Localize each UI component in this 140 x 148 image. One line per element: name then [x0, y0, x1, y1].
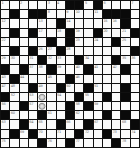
letter-cell-r6c9[interactable] [75, 47, 83, 55]
letter-cell-r6c3[interactable] [20, 47, 28, 55]
letter-cell-r12c14[interactable] [121, 102, 129, 110]
letter-cell-r1c10[interactable]: 5 [84, 1, 92, 9]
block-cell-r16c8 [66, 139, 74, 147]
letter-cell-r10c11[interactable]: 51 [94, 84, 102, 92]
block-cell-r4c15 [131, 29, 139, 37]
letter-cell-r6c5[interactable]: 26 [38, 47, 46, 55]
letter-cell-r8c5[interactable]: 38 [38, 65, 46, 73]
letter-cell-r12c11[interactable]: 59 [94, 102, 102, 110]
letter-cell-r1c3[interactable]: 2 [20, 1, 28, 9]
letter-cell-r13c9[interactable]: 62 [75, 111, 83, 119]
letter-cell-r13c15[interactable] [131, 111, 139, 119]
circle-marker-icon [39, 103, 46, 110]
clue-number: 52 [11, 93, 15, 97]
clue-number: 62 [76, 111, 80, 115]
letter-cell-r12c5[interactable] [38, 102, 46, 110]
letter-cell-r16c9[interactable]: 77 [75, 139, 83, 147]
block-cell-r5c6 [47, 38, 55, 46]
circle-marker-icon [39, 94, 46, 101]
block-cell-r6c4 [29, 47, 37, 55]
clue-number: 38 [39, 65, 43, 69]
clue-number: 34 [85, 56, 89, 60]
letter-cell-r1c12[interactable]: 6 [103, 1, 111, 9]
block-cell-r6c15 [131, 47, 139, 55]
letter-cell-r15c6[interactable] [47, 130, 55, 138]
letter-cell-r3c3[interactable] [20, 19, 28, 27]
block-cell-r11c12 [103, 93, 111, 101]
block-cell-r11c1 [1, 93, 9, 101]
letter-cell-r16c14[interactable]: 78 [121, 139, 129, 147]
block-cell-r14c7 [57, 120, 65, 128]
block-cell-r12c8 [66, 102, 74, 110]
block-cell-r4c2 [10, 29, 18, 37]
block-cell-r8c6 [47, 65, 55, 73]
clue-number: 61 [48, 111, 52, 115]
clue-number: 75 [2, 139, 6, 143]
letter-cell-r8c13[interactable]: 42 [112, 65, 120, 73]
clue-number: 10 [76, 10, 80, 14]
letter-cell-r15c3[interactable]: 69 [20, 130, 28, 138]
letter-cell-r2c10[interactable] [84, 10, 92, 18]
clue-number: 77 [76, 139, 80, 143]
letter-cell-r6c1[interactable] [1, 47, 9, 55]
block-cell-r5c13 [112, 38, 120, 46]
block-cell-r9c2 [10, 75, 18, 83]
letter-cell-r1c15[interactable]: 7 [131, 1, 139, 9]
letter-cell-r6c14[interactable] [121, 47, 129, 55]
clue-number: 70 [39, 130, 43, 134]
clue-number: 49 [39, 84, 43, 88]
letter-cell-r14c14[interactable]: 68 [121, 120, 129, 128]
clue-number: 57 [29, 102, 33, 106]
clue-number: 19 [76, 29, 80, 33]
letter-cell-r7c15[interactable]: 36 [131, 56, 139, 64]
letter-cell-r11c6[interactable] [47, 93, 55, 101]
letter-cell-r15c15[interactable]: 74 [131, 130, 139, 138]
letter-cell-r13c7[interactable] [57, 111, 65, 119]
letter-cell-r14c9[interactable] [75, 120, 83, 128]
clue-number: 30 [11, 56, 15, 60]
clue-number: 6 [103, 1, 105, 5]
block-cell-r8c14 [121, 65, 129, 73]
letter-cell-r14c4[interactable]: 64 [29, 120, 37, 128]
clue-number: 21 [122, 29, 126, 33]
letter-cell-r5c10[interactable] [84, 38, 92, 46]
block-cell-r3c7 [57, 19, 65, 27]
letter-cell-r1c13[interactable] [112, 1, 120, 9]
letter-cell-r8c2[interactable] [10, 65, 18, 73]
block-cell-r2c4 [29, 10, 37, 18]
letter-cell-r9c3[interactable]: 44 [20, 75, 28, 83]
clue-number: 35 [122, 56, 126, 60]
clue-number: 69 [20, 130, 24, 134]
letter-cell-r9c10[interactable] [84, 75, 92, 83]
letter-cell-r1c1[interactable]: 1 [1, 1, 9, 9]
letter-cell-r3c10[interactable] [84, 19, 92, 27]
letter-cell-r14c6[interactable] [47, 120, 55, 128]
block-cell-r1c9 [75, 1, 83, 9]
letter-cell-r11c5[interactable] [38, 93, 46, 101]
letter-cell-r7c3[interactable] [20, 56, 28, 64]
letter-cell-r7c8[interactable] [66, 56, 74, 64]
letter-cell-r7c7[interactable]: 33 [57, 56, 65, 64]
block-cell-r13c5 [38, 111, 46, 119]
block-cell-r11c14 [121, 93, 129, 101]
clue-number: 53 [29, 93, 33, 97]
letter-cell-r2c11[interactable]: 11 [94, 10, 102, 18]
block-cell-r4c4 [29, 29, 37, 37]
block-cell-r16c5 [38, 139, 46, 147]
letter-cell-r3c5[interactable]: 13 [38, 19, 46, 27]
letter-cell-r10c3[interactable] [20, 84, 28, 92]
block-cell-r8c3 [20, 65, 28, 73]
letter-cell-r14c13[interactable] [112, 120, 120, 128]
clue-number: 59 [94, 102, 98, 106]
clue-number: 8 [48, 10, 50, 14]
letter-cell-r4c3[interactable] [20, 29, 28, 37]
block-cell-r5c8 [66, 38, 74, 46]
clue-number: 68 [122, 120, 126, 124]
letter-cell-r5c5[interactable] [38, 38, 46, 46]
block-cell-r9c8 [66, 75, 74, 83]
letter-cell-r13c13[interactable] [112, 111, 120, 119]
clue-number: 7 [131, 1, 133, 5]
clue-number: 66 [66, 120, 70, 124]
letter-cell-r11c8[interactable] [66, 93, 74, 101]
block-cell-r3c14 [121, 19, 129, 27]
letter-cell-r11c15[interactable] [131, 93, 139, 101]
block-cell-r15c12 [103, 130, 111, 138]
letter-cell-r9c15[interactable] [131, 75, 139, 83]
letter-cell-r6c13[interactable] [112, 47, 120, 55]
clue-number: 50 [66, 84, 70, 88]
clue-number: 23 [76, 38, 80, 42]
letter-cell-r16c10[interactable] [84, 139, 92, 147]
letter-cell-r9c5[interactable] [38, 75, 46, 83]
letter-cell-r1c14[interactable] [121, 1, 129, 9]
clue-number: 13 [39, 19, 43, 23]
letter-cell-r13c6[interactable]: 61 [47, 111, 55, 119]
letter-cell-r9c14[interactable] [121, 75, 129, 83]
letter-cell-r6c11[interactable] [94, 47, 102, 55]
block-cell-r2c14 [121, 10, 129, 18]
clue-number: 54 [57, 93, 61, 97]
block-cell-r2c2 [10, 10, 18, 18]
letter-cell-r12c1[interactable]: 56 [1, 102, 9, 110]
letter-cell-r10c15[interactable] [131, 84, 139, 92]
letter-cell-r4c14[interactable]: 21 [121, 29, 129, 37]
clue-number: 14 [66, 19, 70, 23]
letter-cell-r4c13[interactable] [112, 29, 120, 37]
letter-cell-r8c7[interactable]: 39 [57, 65, 65, 73]
clue-number: 46 [76, 75, 80, 79]
letter-cell-r4c5[interactable]: 17 [38, 29, 46, 37]
letter-cell-r10c13[interactable] [112, 84, 120, 92]
letter-cell-r2c1[interactable] [1, 10, 9, 18]
letter-cell-r10c2[interactable]: 48 [10, 84, 18, 92]
block-cell-r15c2 [10, 130, 18, 138]
block-cell-r7c9 [75, 56, 83, 64]
letter-cell-r11c2[interactable]: 52 [10, 93, 18, 101]
letter-cell-r8c4[interactable]: 37 [29, 65, 37, 73]
clue-number: 41 [94, 65, 98, 69]
letter-cell-r15c13[interactable]: 73 [112, 130, 120, 138]
letter-cell-r15c11[interactable] [94, 130, 102, 138]
letter-cell-r15c7[interactable]: 71 [57, 130, 65, 138]
letter-cell-r2c9[interactable]: 10 [75, 10, 83, 18]
letter-cell-r5c4[interactable] [29, 38, 37, 46]
letter-cell-r9c9[interactable]: 46 [75, 75, 83, 83]
letter-cell-r15c1[interactable] [1, 130, 9, 138]
letter-cell-r3c4[interactable] [29, 19, 37, 27]
letter-cell-r1c2[interactable] [10, 1, 18, 9]
letter-cell-r13c2[interactable]: 60 [10, 111, 18, 119]
block-cell-r12c10 [84, 102, 92, 110]
letter-cell-r12c15[interactable] [131, 102, 139, 110]
letter-cell-r12c7[interactable] [57, 102, 65, 110]
clue-number: 2 [20, 1, 22, 5]
letter-cell-r10c5[interactable]: 49 [38, 84, 46, 92]
clue-number: 3 [48, 1, 50, 5]
block-cell-r4c8 [66, 29, 74, 37]
clue-number: 32 [48, 56, 52, 60]
letter-cell-r11c7[interactable]: 54 [57, 93, 65, 101]
clue-number: 56 [2, 102, 6, 106]
letter-cell-r4c1[interactable] [1, 29, 9, 37]
letter-cell-r9c6[interactable]: 45 [47, 75, 55, 83]
letter-cell-r4c12[interactable]: 20 [103, 29, 111, 37]
letter-cell-r7c10[interactable]: 34 [84, 56, 92, 64]
letter-cell-r10c8[interactable]: 50 [66, 84, 74, 92]
letter-cell-r15c8[interactable] [66, 130, 74, 138]
block-cell-r15c4 [29, 130, 37, 138]
letter-cell-r1c7[interactable]: 4 [57, 1, 65, 9]
letter-cell-r5c14[interactable]: 25 [121, 38, 129, 46]
letter-cell-r6c12[interactable] [103, 47, 111, 55]
block-cell-r10c10 [84, 84, 92, 92]
clue-number: 48 [11, 84, 15, 88]
letter-cell-r12c4[interactable]: 57 [29, 102, 37, 110]
letter-cell-r13c3[interactable] [20, 111, 28, 119]
clue-number: 74 [131, 130, 135, 134]
letter-cell-r3c1[interactable]: 12 [1, 19, 9, 27]
letter-cell-r7c2[interactable]: 30 [10, 56, 18, 64]
letter-cell-r14c2[interactable] [10, 120, 18, 128]
letter-cell-r6c10[interactable] [84, 47, 92, 55]
block-cell-r14c15 [131, 120, 139, 128]
clue-number: 15 [103, 19, 107, 23]
letter-cell-r3c11[interactable] [94, 19, 102, 27]
letter-cell-r9c4[interactable] [29, 75, 37, 83]
block-cell-r13c14 [121, 111, 129, 119]
letter-cell-r16c3[interactable] [20, 139, 28, 147]
letter-cell-r7c4[interactable]: 31 [29, 56, 37, 64]
letter-cell-r10c1[interactable]: 47 [1, 84, 9, 92]
clue-number: 5 [85, 1, 87, 5]
letter-cell-r5c12[interactable] [103, 38, 111, 46]
letter-cell-r3c6[interactable] [47, 19, 55, 27]
letter-cell-r12c9[interactable]: 58 [75, 102, 83, 110]
letter-cell-r16c7[interactable] [57, 139, 65, 147]
block-cell-r6c7 [57, 47, 65, 55]
clue-number: 64 [29, 120, 33, 124]
block-cell-r13c12 [103, 111, 111, 119]
letter-cell-r2c8[interactable]: 9 [66, 10, 74, 18]
letter-cell-r8c12[interactable] [103, 65, 111, 73]
letter-cell-r13c4[interactable] [29, 111, 37, 119]
clue-number: 33 [57, 56, 61, 60]
clue-number: 12 [2, 19, 6, 23]
clue-number: 28 [66, 47, 70, 51]
letter-cell-r2c6[interactable]: 8 [47, 10, 55, 18]
clue-number: 55 [85, 93, 89, 97]
clue-number: 58 [76, 102, 80, 106]
clue-number: 11 [94, 10, 98, 14]
block-cell-r1c11 [94, 1, 102, 9]
letter-cell-r5c1[interactable]: 22 [1, 38, 9, 46]
letter-cell-r11c10[interactable]: 55 [84, 93, 92, 101]
letter-cell-r7c6[interactable]: 32 [47, 56, 55, 64]
letter-cell-r9c11[interactable] [94, 75, 102, 83]
clue-number: 45 [48, 75, 52, 79]
letter-cell-r1c6[interactable]: 3 [47, 1, 55, 9]
letter-cell-r5c11[interactable]: 24 [94, 38, 102, 46]
letter-cell-r16c2[interactable] [10, 139, 18, 147]
letter-cell-r12c6[interactable] [47, 102, 55, 110]
block-cell-r7c5 [38, 56, 46, 64]
clue-number: 65 [39, 120, 43, 124]
letter-cell-r1c5[interactable] [38, 1, 46, 9]
clue-number: 40 [76, 65, 80, 69]
letter-cell-r15c10[interactable]: 72 [84, 130, 92, 138]
block-cell-r2c5 [38, 10, 46, 18]
block-cell-r15c9 [75, 130, 83, 138]
letter-cell-r15c5[interactable]: 70 [38, 130, 46, 138]
block-cell-r4c11 [94, 29, 102, 37]
block-cell-r10c14 [121, 84, 129, 92]
letter-cell-r16c4[interactable] [29, 139, 37, 147]
clue-number: 76 [48, 139, 52, 143]
letter-cell-r9c7[interactable] [57, 75, 65, 83]
letter-cell-r3c12[interactable]: 15 [103, 19, 111, 27]
letter-cell-r5c9[interactable]: 23 [75, 38, 83, 46]
letter-cell-r10c6[interactable] [47, 84, 55, 92]
letter-cell-r1c4[interactable] [29, 1, 37, 9]
clue-number: 31 [29, 56, 33, 60]
letter-cell-r6c6[interactable]: 27 [47, 47, 55, 55]
letter-cell-r11c11[interactable] [94, 93, 102, 101]
letter-cell-r14c11[interactable]: 67 [94, 120, 102, 128]
clue-number: 29 [2, 56, 6, 60]
clue-number: 71 [57, 130, 61, 134]
letter-cell-r7c12[interactable] [103, 56, 111, 64]
letter-cell-r8c9[interactable]: 40 [75, 65, 83, 73]
letter-cell-r7c14[interactable]: 35 [121, 56, 129, 64]
block-cell-r2c12 [103, 10, 111, 18]
clue-number: 27 [48, 47, 52, 51]
letter-cell-r10c12[interactable] [103, 84, 111, 92]
clue-number: 39 [57, 65, 61, 69]
letter-cell-r5c15[interactable] [131, 38, 139, 46]
letter-cell-r16c1[interactable]: 75 [1, 139, 9, 147]
letter-cell-r4c10[interactable] [84, 29, 92, 37]
letter-cell-r4c9[interactable]: 19 [75, 29, 83, 37]
clue-number: 60 [11, 111, 15, 115]
letter-cell-r6c8[interactable]: 28 [66, 47, 74, 55]
letter-cell-r16c6[interactable]: 76 [47, 139, 55, 147]
letter-cell-r3c8[interactable]: 14 [66, 19, 74, 27]
letter-cell-r9c13[interactable] [112, 75, 120, 83]
block-cell-r12c3 [20, 102, 28, 110]
clue-number: 36 [131, 56, 135, 60]
block-cell-r11c9 [75, 93, 83, 101]
clue-number: 22 [2, 38, 6, 42]
clue-number: 51 [94, 84, 98, 88]
letter-cell-r4c7[interactable]: 18 [57, 29, 65, 37]
letter-cell-r3c2[interactable] [10, 19, 18, 27]
block-cell-r6c2 [10, 47, 18, 55]
letter-cell-r2c3[interactable] [20, 10, 28, 18]
letter-cell-r11c13[interactable] [112, 93, 120, 101]
clue-number: 37 [29, 65, 33, 69]
letter-cell-r13c11[interactable] [94, 111, 102, 119]
letter-cell-r5c3[interactable] [20, 38, 28, 46]
letter-cell-r8c11[interactable]: 41 [94, 65, 102, 73]
block-cell-r13c1 [1, 111, 9, 119]
letter-cell-r3c9[interactable] [75, 19, 83, 27]
clue-number: 42 [113, 65, 117, 69]
letter-cell-r16c11[interactable] [94, 139, 102, 147]
letter-cell-r2c15[interactable] [131, 10, 139, 18]
letter-cell-r14c5[interactable]: 65 [38, 120, 46, 128]
block-cell-r8c10 [84, 65, 92, 73]
letter-cell-r13c10[interactable] [84, 111, 92, 119]
clue-number: 1 [2, 1, 4, 5]
clue-number: 16 [113, 19, 117, 23]
letter-cell-r10c9[interactable] [75, 84, 83, 92]
block-cell-r2c13 [112, 10, 120, 18]
letter-cell-r11c4[interactable]: 53 [29, 93, 37, 101]
letter-cell-r5c2[interactable] [10, 38, 18, 46]
letter-cell-r9c1[interactable]: 43 [1, 75, 9, 83]
letter-cell-r2c7[interactable] [57, 10, 65, 18]
clue-number: 25 [122, 38, 126, 42]
clue-number: 78 [122, 139, 126, 143]
letter-cell-r14c1[interactable]: 63 [1, 120, 9, 128]
letter-cell-r3c15[interactable] [131, 19, 139, 27]
letter-cell-r16c15[interactable] [131, 139, 139, 147]
letter-cell-r12c2[interactable] [10, 102, 18, 110]
letter-cell-r14c12[interactable] [103, 120, 111, 128]
letter-cell-r8c15[interactable] [131, 65, 139, 73]
letter-cell-r14c8[interactable]: 66 [66, 120, 74, 128]
letter-cell-r11c3[interactable] [20, 93, 28, 101]
letter-cell-r9c12[interactable] [103, 75, 111, 83]
letter-cell-r4c6[interactable] [47, 29, 55, 37]
letter-cell-r3c13[interactable]: 16 [112, 19, 120, 27]
letter-cell-r7c1[interactable]: 29 [1, 56, 9, 64]
letter-cell-r7c11[interactable] [94, 56, 102, 64]
letter-cell-r15c14[interactable] [121, 130, 129, 138]
letter-cell-r8c8[interactable] [66, 65, 74, 73]
letter-cell-r12c13[interactable] [112, 102, 120, 110]
letter-cell-r16c12[interactable] [103, 139, 111, 147]
letter-cell-r12c12[interactable] [103, 102, 111, 110]
clue-number: 9 [66, 10, 68, 14]
letter-cell-r5c7[interactable] [57, 38, 65, 46]
clue-number: 44 [20, 75, 24, 79]
block-cell-r8c1 [1, 65, 9, 73]
